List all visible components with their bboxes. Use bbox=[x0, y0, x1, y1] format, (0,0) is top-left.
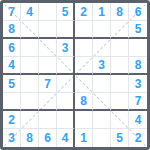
cell-r7c1[interactable]: 2 bbox=[3, 111, 21, 129]
cell-r5c4[interactable] bbox=[57, 75, 75, 93]
cell-r5c8[interactable]: 3 bbox=[129, 75, 147, 93]
cell-r5c6[interactable] bbox=[93, 75, 111, 93]
cell-r3c3[interactable] bbox=[39, 39, 57, 57]
cell-r3c8[interactable] bbox=[129, 39, 147, 57]
cell-r8c8[interactable]: 2 bbox=[129, 129, 147, 147]
cell-r1c3[interactable] bbox=[39, 3, 57, 21]
cell-r6c1[interactable] bbox=[3, 93, 21, 111]
cell-r2c8[interactable]: 5 bbox=[129, 21, 147, 39]
cell-r1c6[interactable]: 1 bbox=[93, 3, 111, 21]
cell-r2c7[interactable] bbox=[111, 21, 129, 39]
cell-r5c2[interactable] bbox=[21, 75, 39, 93]
cell-r5c3[interactable]: 7 bbox=[39, 75, 57, 93]
cell-r1c1[interactable]: 7 bbox=[3, 3, 21, 21]
cell-r2c1[interactable]: 8 bbox=[3, 21, 21, 39]
cell-r3c7[interactable] bbox=[111, 39, 129, 57]
cell-r6c3[interactable] bbox=[39, 93, 57, 111]
cell-r1c2[interactable]: 4 bbox=[21, 3, 39, 21]
cell-r4c6[interactable]: 3 bbox=[93, 57, 111, 75]
cell-r2c2[interactable] bbox=[21, 21, 39, 39]
cell-r8c2[interactable]: 8 bbox=[21, 129, 39, 147]
cell-r7c4[interactable] bbox=[57, 111, 75, 129]
cell-r6c6[interactable] bbox=[93, 93, 111, 111]
cell-r3c2[interactable] bbox=[21, 39, 39, 57]
cell-r5c1[interactable]: 5 bbox=[3, 75, 21, 93]
cell-r4c4[interactable] bbox=[57, 57, 75, 75]
cell-r8c7[interactable]: 5 bbox=[111, 129, 129, 147]
cell-r4c7[interactable] bbox=[111, 57, 129, 75]
cell-r3c4[interactable]: 3 bbox=[57, 39, 75, 57]
cell-r1c7[interactable]: 8 bbox=[111, 3, 129, 21]
cell-r3c5[interactable] bbox=[75, 39, 93, 57]
cell-r2c4[interactable] bbox=[57, 21, 75, 39]
cell-r6c7[interactable] bbox=[111, 93, 129, 111]
cell-r6c2[interactable] bbox=[21, 93, 39, 111]
cell-r8c3[interactable]: 6 bbox=[39, 129, 57, 147]
cell-r2c5[interactable] bbox=[75, 21, 93, 39]
cell-r1c4[interactable]: 5 bbox=[57, 3, 75, 21]
cell-r8c6[interactable] bbox=[93, 129, 111, 147]
sudoku-board: 7452186856343857387243864152 bbox=[0, 0, 150, 150]
cell-r2c6[interactable] bbox=[93, 21, 111, 39]
cell-r8c4[interactable]: 4 bbox=[57, 129, 75, 147]
cell-r7c7[interactable] bbox=[111, 111, 129, 129]
cell-r4c1[interactable]: 4 bbox=[3, 57, 21, 75]
cell-r1c8[interactable]: 6 bbox=[129, 3, 147, 21]
cell-r6c4[interactable] bbox=[57, 93, 75, 111]
cell-r7c3[interactable] bbox=[39, 111, 57, 129]
cell-r2c3[interactable] bbox=[39, 21, 57, 39]
cell-r1c5[interactable]: 2 bbox=[75, 3, 93, 21]
cell-r7c8[interactable]: 4 bbox=[129, 111, 147, 129]
cell-r4c8[interactable]: 8 bbox=[129, 57, 147, 75]
cell-r3c1[interactable]: 6 bbox=[3, 39, 21, 57]
cell-r4c5[interactable] bbox=[75, 57, 93, 75]
cell-r8c1[interactable]: 3 bbox=[3, 129, 21, 147]
cell-r4c2[interactable] bbox=[21, 57, 39, 75]
cell-r4c3[interactable] bbox=[39, 57, 57, 75]
cell-r3c6[interactable] bbox=[93, 39, 111, 57]
cell-r6c5[interactable]: 8 bbox=[75, 93, 93, 111]
sudoku-grid: 7452186856343857387243864152 bbox=[3, 3, 147, 147]
cell-r5c7[interactable] bbox=[111, 75, 129, 93]
cell-r7c5[interactable] bbox=[75, 111, 93, 129]
cell-r7c2[interactable] bbox=[21, 111, 39, 129]
cell-r7c6[interactable] bbox=[93, 111, 111, 129]
cell-r5c5[interactable] bbox=[75, 75, 93, 93]
cell-r8c5[interactable]: 1 bbox=[75, 129, 93, 147]
cell-r6c8[interactable]: 7 bbox=[129, 93, 147, 111]
